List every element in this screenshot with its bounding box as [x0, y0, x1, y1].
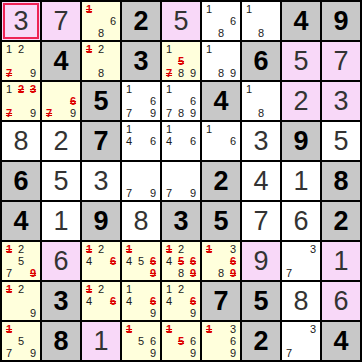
candidate-1: 1: [3, 83, 15, 95]
cell-r4c6[interactable]: 16: [202, 122, 240, 160]
cell-r1c2[interactable]: 7: [42, 2, 80, 40]
candidate-6: 6: [147, 95, 159, 107]
cell-r6c7[interactable]: 7: [242, 202, 280, 240]
candidate-5: 5: [135, 255, 147, 267]
candidate-2: 2: [175, 243, 187, 255]
pencil-marks: 1279: [2, 42, 40, 80]
entered-digit: 8: [282, 282, 320, 320]
cell-r8c8[interactable]: 8: [282, 282, 320, 320]
candidate-8: 8: [175, 107, 187, 119]
given-digit: 9: [82, 202, 120, 240]
candidate-8: 8: [215, 67, 227, 79]
pencil-marks: 1245689: [162, 242, 200, 280]
candidate-9: 9: [27, 67, 39, 79]
candidate-9: 9: [227, 347, 239, 359]
candidate-9: 9: [187, 107, 199, 119]
cell-r8c9[interactable]: 6: [322, 282, 360, 320]
cell-r4c9[interactable]: 5: [322, 122, 360, 160]
cell-r6c3[interactable]: 9: [82, 202, 120, 240]
candidate-9: 9: [187, 67, 199, 79]
entered-digit: 5: [42, 162, 80, 200]
cell-r5c3[interactable]: 3: [82, 162, 120, 200]
pencil-marks: 1569: [162, 322, 200, 360]
pencil-marks: 1369: [202, 322, 240, 360]
cell-r2c9[interactable]: 7: [322, 42, 360, 80]
pencil-marks: 18: [242, 2, 280, 40]
pencil-marks: 1569: [122, 322, 160, 360]
cell-r7c4[interactable]: 14569: [122, 242, 160, 280]
candidate-7: 7: [163, 187, 175, 199]
candidate-1-eliminated: 1: [163, 323, 175, 335]
cell-r5c2[interactable]: 5: [42, 162, 80, 200]
cell-r7c7[interactable]: 9: [242, 242, 280, 280]
pencil-marks: 146: [122, 122, 160, 160]
cell-r3c9[interactable]: 3: [322, 82, 360, 120]
candidate-1: 1: [163, 283, 175, 295]
candidate-7: 7: [3, 267, 15, 279]
cell-r4c3[interactable]: 7: [82, 122, 120, 160]
candidate-5-eliminated: 5: [175, 55, 187, 67]
cell-r7c5[interactable]: 1245689: [162, 242, 200, 280]
candidate-9: 9: [27, 307, 39, 319]
cell-r8c2[interactable]: 3: [42, 282, 80, 320]
cell-r4c7[interactable]: 3: [242, 122, 280, 160]
candidate-8: 8: [215, 27, 227, 39]
given-digit: 8: [42, 322, 80, 360]
cell-r6c5[interactable]: 3: [162, 202, 200, 240]
entered-digit: 2: [282, 82, 320, 120]
given-digit: 5: [82, 82, 120, 120]
candidate-9-eliminated: 9: [147, 267, 159, 279]
cell-r7c9[interactable]: 1: [322, 242, 360, 280]
candidate-5-eliminated: 5: [175, 255, 187, 267]
cell-r5c9[interactable]: 8: [322, 162, 360, 200]
candidate-3: 3: [227, 243, 239, 255]
cell-r2c6[interactable]: 189: [202, 42, 240, 80]
cell-r9c5[interactable]: 1569: [162, 322, 200, 360]
candidate-7-eliminated: 7: [43, 107, 55, 119]
candidate-6: 6: [187, 135, 199, 147]
entered-digit: 6: [282, 202, 320, 240]
candidate-9: 9: [147, 347, 159, 359]
given-digit: 6: [242, 42, 280, 80]
pencil-marks: 146: [162, 122, 200, 160]
cell-r7c1[interactable]: 12579: [2, 242, 40, 280]
cell-r4c1[interactable]: 8: [2, 122, 40, 160]
candidate-1-eliminated: 1: [203, 323, 215, 335]
entered-digit: 4: [242, 162, 280, 200]
candidate-1: 1: [203, 123, 215, 135]
given-digit: 3: [162, 202, 200, 240]
cell-r2c5[interactable]: 15789: [162, 42, 200, 80]
entered-digit: 8: [122, 202, 160, 240]
candidate-2: 2: [15, 43, 27, 55]
candidate-4: 4: [163, 295, 175, 307]
cell-r5c5[interactable]: 79: [162, 162, 200, 200]
candidate-1: 1: [163, 43, 175, 55]
candidate-6-eliminated: 6: [187, 255, 199, 267]
candidate-6: 6: [107, 15, 119, 27]
candidate-9: 9: [187, 347, 199, 359]
candidate-2: 2: [95, 283, 107, 295]
candidate-4: 4: [123, 135, 135, 147]
cell-r6c1[interactable]: 4: [2, 202, 40, 240]
entered-digit: 3: [82, 162, 120, 200]
candidate-6-eliminated: 6: [187, 295, 199, 307]
candidate-5-eliminated: 5: [175, 335, 187, 347]
cell-r7c3[interactable]: 1246: [82, 242, 120, 280]
cell-r8c1[interactable]: 129: [2, 282, 40, 320]
candidate-8: 8: [175, 267, 187, 279]
pencil-marks: 1246: [82, 242, 120, 280]
candidate-7: 7: [283, 267, 295, 279]
candidate-8: 8: [175, 67, 187, 79]
candidate-7: 7: [283, 347, 295, 359]
candidate-1-eliminated: 1: [3, 323, 15, 335]
cell-r2c4[interactable]: 3: [122, 42, 160, 80]
candidate-6: 6: [147, 335, 159, 347]
candidate-6: 6: [227, 335, 239, 347]
cell-r2c3[interactable]: 128: [82, 42, 120, 80]
cell-r7c2[interactable]: 6: [42, 242, 80, 280]
cell-r6c8[interactable]: 6: [282, 202, 320, 240]
cell-r6c4[interactable]: 8: [122, 202, 160, 240]
pencil-marks: 168: [82, 2, 120, 40]
entered-digit: 3: [242, 122, 280, 160]
entered-digit: 7: [242, 202, 280, 240]
candidate-8: 8: [255, 107, 267, 119]
candidate-8: 8: [255, 27, 267, 39]
cell-r3c1[interactable]: 12379: [2, 82, 40, 120]
pencil-marks: 16789: [162, 82, 200, 120]
entered-digit: 1: [82, 322, 120, 360]
given-digit: 5: [242, 282, 280, 320]
pencil-marks: 13689: [202, 242, 240, 280]
candidate-4: 4: [163, 135, 175, 147]
candidate-7: 7: [123, 107, 135, 119]
cell-r9c4[interactable]: 1569: [122, 322, 160, 360]
candidate-1-eliminated: 1: [83, 43, 95, 55]
pencil-marks: 79: [122, 162, 160, 200]
entered-digit: 6: [322, 282, 360, 320]
cell-r8c6[interactable]: 7: [202, 282, 240, 320]
cell-r8c7[interactable]: 5: [242, 282, 280, 320]
candidate-1: 1: [123, 123, 135, 135]
candidate-1-eliminated: 1: [83, 283, 95, 295]
cell-r3c2[interactable]: 679: [42, 82, 80, 120]
candidate-1: 1: [243, 83, 255, 95]
cell-r3c6[interactable]: 4: [202, 82, 240, 120]
candidate-4: 4: [83, 295, 95, 307]
cell-r9c7[interactable]: 2: [242, 322, 280, 360]
candidate-9-eliminated: 9: [187, 267, 199, 279]
candidate-4: 4: [123, 255, 135, 267]
pencil-marks: 18: [242, 82, 280, 120]
pencil-marks: 16: [202, 122, 240, 160]
candidate-9: 9: [27, 347, 39, 359]
candidate-4: 4: [123, 295, 135, 307]
cell-r9c6[interactable]: 1369: [202, 322, 240, 360]
cell-r2c7[interactable]: 6: [242, 42, 280, 80]
pencil-marks: 12579: [2, 242, 40, 280]
cell-r1c6[interactable]: 168: [202, 2, 240, 40]
given-digit: 4: [202, 82, 240, 120]
candidate-6: 6: [147, 135, 159, 147]
given-digit: 3: [42, 282, 80, 320]
cell-r8c3[interactable]: 1246: [82, 282, 120, 320]
pencil-marks: 1579: [2, 322, 40, 360]
candidate-9: 9: [227, 67, 239, 79]
entered-digit: 9: [242, 242, 280, 280]
candidate-3: 3: [227, 323, 239, 335]
candidate-1-eliminated: 1: [123, 323, 135, 335]
cell-r8c4[interactable]: 1469: [122, 282, 160, 320]
cell-r5c7[interactable]: 4: [242, 162, 280, 200]
candidate-6-eliminated: 6: [147, 255, 159, 267]
cell-r4c2[interactable]: 2: [42, 122, 80, 160]
cell-r5c4[interactable]: 79: [122, 162, 160, 200]
cell-r1c9[interactable]: 9: [322, 2, 360, 40]
entered-digit: 3: [2, 2, 40, 40]
candidate-1-eliminated: 1: [3, 283, 15, 295]
cell-r6c9[interactable]: 2: [322, 202, 360, 240]
candidate-9: 9: [187, 187, 199, 199]
candidate-6: 6: [227, 15, 239, 27]
pencil-marks: 128: [82, 42, 120, 80]
cell-r3c3[interactable]: 5: [82, 82, 120, 120]
candidate-1-eliminated: 1: [3, 243, 15, 255]
given-digit: 4: [2, 202, 40, 240]
given-digit: 4: [282, 2, 320, 40]
pencil-marks: 168: [202, 2, 240, 40]
pencil-marks: 679: [42, 82, 80, 120]
candidate-1: 1: [243, 3, 255, 15]
cell-r6c2[interactable]: 1: [42, 202, 80, 240]
candidate-9: 9: [67, 107, 79, 119]
cell-r2c2[interactable]: 4: [42, 42, 80, 80]
cell-r1c8[interactable]: 4: [282, 2, 320, 40]
candidate-9: 9: [27, 107, 39, 119]
cell-r9c2[interactable]: 8: [42, 322, 80, 360]
pencil-marks: 189: [202, 42, 240, 80]
candidate-1-eliminated: 1: [203, 243, 215, 255]
candidate-6: 6: [187, 95, 199, 107]
candidate-1-eliminated: 1: [83, 243, 95, 255]
candidate-3-eliminated: 3: [27, 83, 39, 95]
cell-r9c8[interactable]: 37: [282, 322, 320, 360]
cell-r2c8[interactable]: 5: [282, 42, 320, 80]
candidate-1: 1: [123, 83, 135, 95]
cell-r3c5[interactable]: 16789: [162, 82, 200, 120]
cell-r1c5[interactable]: 5: [162, 2, 200, 40]
candidate-3: 3: [307, 323, 319, 335]
pencil-marks: 12469: [162, 282, 200, 320]
candidate-5: 5: [15, 335, 27, 347]
entered-digit: 1: [42, 202, 80, 240]
candidate-4: 4: [163, 255, 175, 267]
given-digit: 6: [2, 162, 40, 200]
candidate-2: 2: [95, 243, 107, 255]
candidate-9: 9: [147, 307, 159, 319]
cell-r1c7[interactable]: 18: [242, 2, 280, 40]
cell-r4c4[interactable]: 146: [122, 122, 160, 160]
pencil-marks: 37: [282, 242, 320, 280]
candidate-9: 9: [147, 187, 159, 199]
cell-r9c1[interactable]: 1579: [2, 322, 40, 360]
candidate-6-eliminated: 6: [67, 95, 79, 107]
candidate-1-eliminated: 1: [123, 243, 135, 255]
given-digit: 7: [82, 122, 120, 160]
entered-digit: 3: [322, 82, 360, 120]
cell-r4c8[interactable]: 9: [282, 122, 320, 160]
candidate-5: 5: [135, 335, 147, 347]
pencil-marks: 15789: [162, 42, 200, 80]
candidate-5: 5: [15, 255, 27, 267]
candidate-6: 6: [227, 135, 239, 147]
given-digit: 9: [322, 2, 360, 40]
pencil-marks: 12379: [2, 82, 40, 120]
candidate-7: 7: [163, 107, 175, 119]
cell-r9c9[interactable]: 4: [322, 322, 360, 360]
entered-digit: 8: [2, 122, 40, 160]
candidate-7-eliminated: 7: [3, 67, 15, 79]
cell-r9c3[interactable]: 1: [82, 322, 120, 360]
candidate-2: 2: [15, 283, 27, 295]
candidate-4: 4: [83, 255, 95, 267]
candidate-7: 7: [123, 187, 135, 199]
candidate-7-eliminated: 7: [163, 67, 175, 79]
cell-r5c8[interactable]: 1: [282, 162, 320, 200]
candidate-6: 6: [187, 335, 199, 347]
candidate-1: 1: [3, 43, 15, 55]
given-digit: 9: [282, 122, 320, 160]
candidate-7: 7: [3, 347, 15, 359]
entered-digit: 1: [322, 242, 360, 280]
cell-r2c1[interactable]: 1279: [2, 42, 40, 80]
pencil-marks: 1679: [122, 82, 160, 120]
cell-r3c7[interactable]: 18: [242, 82, 280, 120]
entered-digit: 6: [42, 242, 80, 280]
candidate-9: 9: [147, 107, 159, 119]
candidate-6-eliminated: 6: [227, 255, 239, 267]
candidate-3: 3: [307, 243, 319, 255]
entered-digit: 7: [42, 2, 80, 40]
entered-digit: 5: [162, 2, 200, 40]
candidate-1-eliminated: 1: [163, 243, 175, 255]
entered-digit: 7: [322, 42, 360, 80]
given-digit: 4: [322, 322, 360, 360]
cell-r7c6[interactable]: 13689: [202, 242, 240, 280]
entered-digit: 5: [282, 42, 320, 80]
given-digit: 8: [322, 162, 360, 200]
pencil-marks: 79: [162, 162, 200, 200]
entered-digit: 5: [322, 122, 360, 160]
given-digit: 7: [202, 282, 240, 320]
candidate-2: 2: [15, 243, 27, 255]
candidate-1: 1: [163, 123, 175, 135]
candidate-7-eliminated: 7: [3, 107, 15, 119]
cell-r3c8[interactable]: 2: [282, 82, 320, 120]
pencil-marks: 129: [2, 282, 40, 320]
pencil-marks: 1469: [122, 282, 160, 320]
candidate-6-eliminated: 6: [107, 255, 119, 267]
entered-digit: 2: [42, 122, 80, 160]
given-digit: 5: [202, 202, 240, 240]
sudoku-board: 3716825168184912794128315789189657123796…: [0, 0, 362, 362]
cell-r1c3[interactable]: 168: [82, 2, 120, 40]
given-digit: 4: [42, 42, 80, 80]
cell-r5c1[interactable]: 6: [2, 162, 40, 200]
cell-r8c5[interactable]: 12469: [162, 282, 200, 320]
candidate-8: 8: [95, 27, 107, 39]
candidate-2: 2: [95, 43, 107, 55]
candidate-6-eliminated: 6: [107, 295, 119, 307]
candidate-1-eliminated: 1: [83, 3, 95, 15]
cell-r3c4[interactable]: 1679: [122, 82, 160, 120]
given-digit: 2: [322, 202, 360, 240]
candidate-1: 1: [123, 283, 135, 295]
given-digit: 2: [202, 162, 240, 200]
candidate-1: 1: [203, 43, 215, 55]
candidate-9-eliminated: 9: [27, 267, 39, 279]
cell-r7c8[interactable]: 37: [282, 242, 320, 280]
cell-r1c4[interactable]: 2: [122, 2, 160, 40]
pencil-marks: 1246: [82, 282, 120, 320]
pencil-marks: 14569: [122, 242, 160, 280]
candidate-8: 8: [215, 267, 227, 279]
pencil-marks: 37: [282, 322, 320, 360]
candidate-8: 8: [95, 67, 107, 79]
candidate-9-eliminated: 9: [227, 267, 239, 279]
entered-digit: 1: [282, 162, 320, 200]
cell-r1c1-selected[interactable]: 3: [2, 2, 40, 40]
cell-r6c6[interactable]: 5: [202, 202, 240, 240]
given-digit: 3: [122, 42, 160, 80]
candidate-1: 1: [163, 83, 175, 95]
candidate-2-eliminated: 2: [15, 83, 27, 95]
given-digit: 2: [242, 322, 280, 360]
cell-r4c5[interactable]: 146: [162, 122, 200, 160]
cell-r5c6[interactable]: 2: [202, 162, 240, 200]
candidate-2: 2: [175, 283, 187, 295]
candidate-1: 1: [203, 3, 215, 15]
candidate-6-eliminated: 6: [147, 295, 159, 307]
given-digit: 2: [122, 2, 160, 40]
candidate-9: 9: [187, 307, 199, 319]
